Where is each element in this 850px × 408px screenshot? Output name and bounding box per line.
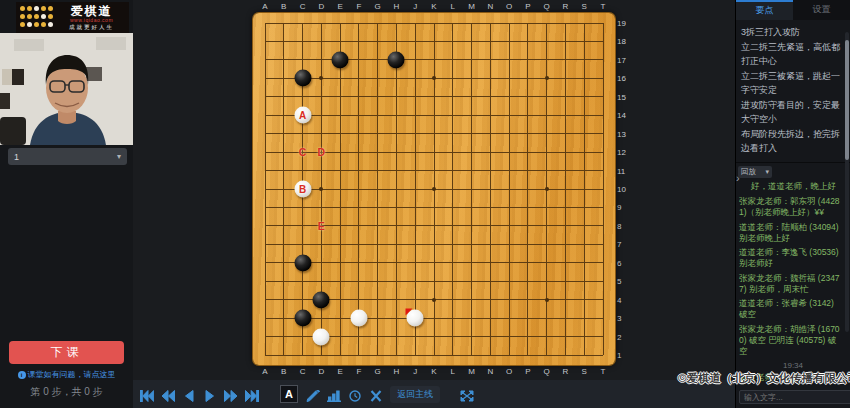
coord-label: 5: [617, 277, 631, 286]
right-panel-tabs: 要点 设置: [736, 0, 850, 20]
skip-to-end-icon[interactable]: [245, 388, 259, 400]
white-stone-F3[interactable]: [350, 310, 367, 327]
star-point: [319, 76, 323, 80]
chevron-down-icon: ▾: [765, 166, 769, 178]
chat-filter-label: 回放: [741, 166, 756, 178]
chat-message: 张家龙老师：胡皓泽 (16700) 破空 巴明连 (40575) 破空: [739, 324, 843, 357]
star-point: [432, 187, 436, 191]
bottom-toolbar: A 返回主线: [133, 380, 735, 408]
coord-label: R: [563, 367, 569, 376]
coord-label: 12: [617, 148, 631, 157]
chat-filter-dropdown[interactable]: 回放 ▾: [738, 166, 772, 178]
star-point: [319, 187, 323, 191]
star-point: [545, 298, 549, 302]
coord-label: 7: [617, 240, 631, 249]
coord-label: 9: [617, 203, 631, 212]
coord-label: 10: [617, 185, 631, 194]
teacher-video-feed: [0, 33, 133, 145]
coord-label: 13: [617, 129, 631, 138]
label-B: B: [299, 184, 306, 194]
board-grid[interactable]: ABCDE: [265, 23, 603, 355]
coord-label: L: [451, 2, 455, 11]
chat-input-row: 发送: [736, 389, 850, 408]
coord-label: H: [394, 2, 400, 11]
chevron-down-icon: ▾: [117, 152, 121, 161]
coord-label: L: [451, 367, 455, 376]
app-window: 爱棋道 www.iqidao.com 成就更好人生: [0, 0, 850, 408]
go-board[interactable]: ABCDE: [253, 13, 615, 365]
coord-label: F: [356, 2, 361, 11]
board-coords-left: 19181716151413121110987654321: [237, 23, 251, 355]
tab-key-points[interactable]: 要点: [736, 0, 793, 20]
left-panel: 爱棋道 www.iqidao.com 成就更好人生: [0, 0, 133, 408]
chat-message: 张家龙老师：郭东羽 (44281)（别老师晚上好）¥¥: [739, 196, 843, 218]
coord-label: Q: [544, 2, 550, 11]
black-stone-H17[interactable]: [388, 51, 405, 68]
white-stone-J3[interactable]: [407, 310, 424, 327]
coord-label: T: [601, 2, 606, 11]
board-coords-bottom: ABCDEFGHJKLMNOPQRST: [265, 367, 603, 377]
coord-label: P: [525, 2, 530, 11]
black-stone-D4[interactable]: [313, 291, 330, 308]
last-move-marker: [406, 309, 413, 316]
key-point-line: 进攻防守看目的，安定最大守空小: [741, 99, 845, 127]
key-point-line: 立二拆三先紧逼，高低都打正中心: [741, 41, 845, 69]
coord-label: C: [300, 367, 306, 376]
coord-label: G: [375, 367, 381, 376]
coord-label: K: [431, 2, 436, 11]
camera-select-dropdown[interactable]: 1 ▾: [8, 148, 127, 165]
coord-label: N: [487, 2, 493, 11]
coord-label: M: [468, 2, 475, 11]
chat-input[interactable]: [739, 390, 850, 404]
coord-label: E: [337, 367, 342, 376]
coord-label: 2: [617, 332, 631, 341]
coord-label: B: [281, 2, 286, 11]
key-point-line: 3拆三打入攻防: [741, 26, 845, 40]
star-point: [545, 187, 549, 191]
logo-url: www.iqidao.com: [57, 18, 126, 23]
label-C: C: [299, 146, 307, 158]
chat-scrollbar-thumb[interactable]: [845, 40, 849, 160]
chat-message: 道道老师：李逸飞 (30536) 别老师好: [739, 247, 843, 269]
black-stone-C16[interactable]: [294, 70, 311, 87]
step-counter: 第 0 步，共 0 步: [0, 385, 133, 399]
end-class-button[interactable]: 下课: [9, 341, 124, 364]
coord-label: N: [487, 367, 493, 376]
skip-to-start-icon[interactable]: [140, 388, 154, 400]
coord-label: A: [262, 367, 267, 376]
coord-label: P: [525, 367, 530, 376]
step-forward-icon[interactable]: [203, 388, 217, 400]
coord-label: 16: [617, 74, 631, 83]
chat-message: 好，道道老师，晚上好: [739, 181, 843, 192]
annotation-tools: A 返回主线: [276, 385, 444, 403]
coord-label: H: [394, 367, 400, 376]
step-back-icon[interactable]: [182, 388, 196, 400]
chat-scrollbar: [845, 32, 849, 332]
coord-label: 18: [617, 37, 631, 46]
coord-label: 1: [617, 351, 631, 360]
star-point: [545, 76, 549, 80]
iqidao-logo: 爱棋道 www.iqidao.com 成就更好人生: [16, 2, 129, 33]
chat-message: 道道老师：陆顺柏 (34094) 别老师晚上好: [739, 222, 843, 244]
star-point: [432, 298, 436, 302]
coord-label: M: [468, 367, 475, 376]
coord-label: K: [431, 367, 436, 376]
chart-icon[interactable]: [327, 388, 341, 400]
chat-messages: 好，道道老师，晚上好张家龙老师：郭东羽 (44281)（别老师晚上好）¥¥道道老…: [736, 180, 850, 359]
coord-label: J: [413, 2, 417, 11]
white-stone-C10[interactable]: B: [294, 181, 311, 198]
coord-label: 8: [617, 221, 631, 230]
chat-message: 道道老师：张睿希 (3142) 破空: [739, 298, 843, 320]
clear-x-icon[interactable]: [369, 388, 383, 400]
coord-label: T: [601, 367, 606, 376]
chat-message: 道道老师：完美: [739, 372, 847, 383]
logo-tagline: 成就更好人生: [57, 25, 126, 31]
coord-label: 6: [617, 258, 631, 267]
camera-select-value: 1: [14, 152, 19, 162]
annotate-letter-button[interactable]: A: [280, 385, 298, 403]
right-panel: 要点 设置 3拆三打入攻防立二拆三先紧逼，高低都打正中心立二拆三被紧逼，跳起一字…: [735, 0, 850, 408]
expand-icon[interactable]: [460, 388, 474, 400]
chat-message: 张家龙老师：魏哲福 (23477) 别老师，周末忙: [739, 273, 843, 295]
key-point-line: 布局阶段先拆边，抢完拆边看打入: [741, 128, 845, 156]
coord-label: E: [337, 2, 342, 11]
coord-label: S: [582, 367, 587, 376]
coord-label: J: [413, 367, 417, 376]
coord-label: O: [506, 2, 512, 11]
info-icon: i: [18, 371, 26, 379]
return-main-line-button[interactable]: 返回主线: [390, 386, 440, 403]
fast-forward-icon[interactable]: [224, 388, 238, 400]
board-coords-right: 19181716151413121110987654321: [617, 23, 631, 355]
logo-texts: 爱棋道 www.iqidao.com 成就更好人生: [57, 5, 126, 31]
coord-label: C: [300, 2, 306, 11]
coord-label: S: [582, 2, 587, 11]
clock-icon[interactable]: [348, 388, 362, 400]
pen-icon[interactable]: [306, 388, 320, 400]
white-stone-D2[interactable]: [313, 328, 330, 345]
label-A: A: [299, 110, 306, 120]
coord-label: A: [262, 2, 267, 11]
coord-label: R: [563, 2, 569, 11]
chat-last-message-wrap: 道道老师：完美: [736, 372, 850, 389]
fast-rewind-icon[interactable]: [161, 388, 175, 400]
logo-dots-icon: [19, 5, 57, 31]
coord-label: 3: [617, 314, 631, 323]
coord-label: Q: [544, 367, 550, 376]
tab-settings[interactable]: 设置: [793, 0, 850, 20]
key-points-list: 3拆三打入攻防立二拆三先紧逼，高低都打正中心立二拆三被紧逼，跳起一字守安定进攻防…: [736, 20, 850, 162]
white-stone-C14[interactable]: A: [294, 107, 311, 124]
black-stone-C3[interactable]: [294, 310, 311, 327]
coord-label: 14: [617, 111, 631, 120]
coord-label: G: [375, 2, 381, 11]
coord-label: B: [281, 367, 286, 376]
help-link[interactable]: i课堂如有问题，请点这里: [0, 369, 133, 380]
coord-label: 19: [617, 19, 631, 28]
board-area: ABCDEFGHJKLMNOPQRST ABCDEFGHJKLMNOPQRST …: [133, 0, 735, 380]
coord-label: D: [318, 2, 324, 11]
black-stone-E17[interactable]: [332, 51, 349, 68]
logo-title: 爱棋道: [57, 5, 126, 17]
coord-label: F: [356, 367, 361, 376]
collapse-panel-arrow[interactable]: ›: [736, 172, 740, 184]
coord-label: 17: [617, 55, 631, 64]
board-coords-top: ABCDEFGHJKLMNOPQRST: [265, 2, 603, 12]
black-stone-C6[interactable]: [294, 254, 311, 271]
coord-label: 4: [617, 295, 631, 304]
coord-label: D: [318, 367, 324, 376]
star-point: [432, 76, 436, 80]
playback-controls: [136, 388, 262, 400]
teacher-illustration: [0, 33, 133, 145]
label-D: D: [318, 146, 326, 158]
chat-section: 回放 ▾ 好，道道老师，晚上好张家龙老师：郭东羽 (44281)（别老师晚上好）…: [736, 162, 850, 408]
coord-label: 11: [617, 166, 631, 175]
chat-timestamp: 19:34: [736, 361, 850, 370]
help-link-text: 课堂如有问题，请点这里: [28, 370, 116, 379]
key-point-line: 立二拆三被紧逼，跳起一字守安定: [741, 70, 845, 98]
coord-label: 15: [617, 92, 631, 101]
coord-label: O: [506, 367, 512, 376]
